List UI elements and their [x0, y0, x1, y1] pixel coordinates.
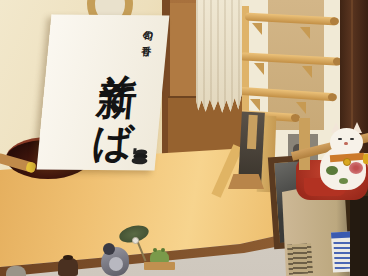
bird-head [103, 243, 115, 255]
shadow-corner [350, 196, 368, 276]
frog-bench [144, 262, 175, 270]
bird-breast [109, 257, 123, 271]
gold-charm [363, 154, 368, 164]
soba-knife [238, 111, 265, 184]
snail-figurine [132, 237, 139, 244]
restaurant-photo: 旬の香り 新そば [0, 0, 368, 276]
lace-curtain [196, 0, 242, 114]
appliance-vents [287, 243, 313, 275]
frog-eye [153, 248, 157, 252]
frame-post [299, 118, 310, 170]
jar-figurine [58, 258, 78, 276]
bird-figurine [101, 247, 129, 276]
curtain-folds [196, 0, 242, 114]
knife-stand [228, 174, 264, 189]
knife-handle [247, 115, 258, 149]
cat-eye [338, 138, 342, 140]
jar-lid [63, 255, 73, 260]
shinsoba-sign: 旬の香り 新そば [37, 14, 170, 170]
cat-floral-leaf [339, 178, 348, 184]
grey-figurine [6, 266, 26, 276]
cat-floral-flower [349, 162, 363, 174]
cat-floral-leaf [326, 166, 338, 175]
cat-nose [344, 142, 348, 145]
maneki-neko [318, 124, 368, 190]
sign-title: 新そば [94, 45, 143, 140]
cat-eye [350, 138, 354, 140]
frog-eye [161, 248, 165, 252]
seiro-stamp-icon [131, 146, 150, 165]
